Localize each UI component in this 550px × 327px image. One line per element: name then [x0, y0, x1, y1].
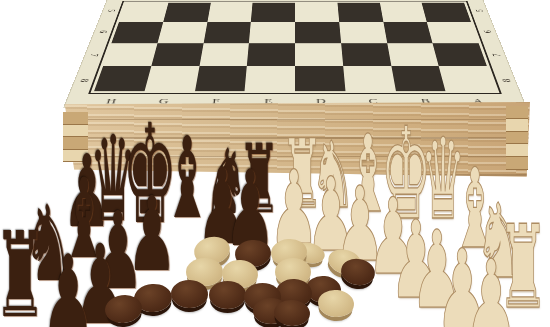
draughts-disc-dark	[170, 279, 208, 308]
board-square-e6	[249, 22, 295, 43]
board-square-a7	[433, 43, 487, 66]
board-square-f5	[207, 3, 253, 22]
board-square-a6	[427, 22, 479, 43]
board-square-g7	[151, 43, 203, 66]
chess-board: 5678 5678 HGFEDCBA	[63, 0, 527, 108]
board-square-a8	[439, 66, 496, 91]
rank-label-right-7: 7	[489, 54, 504, 57]
board-frame	[88, 1, 502, 94]
board-square-d8	[295, 66, 345, 91]
board-square-c8	[343, 66, 396, 91]
draughts-disc-dark	[209, 281, 246, 309]
board-square-h7	[103, 43, 157, 66]
board-square-h8	[94, 66, 151, 91]
board-square-b8	[391, 66, 446, 91]
board-square-b7	[387, 43, 439, 66]
rank-label-left-8: 8	[76, 79, 91, 82]
rank-label-right-8: 8	[499, 79, 514, 82]
board-square-f8	[195, 66, 248, 91]
board-square-h5	[119, 3, 168, 22]
rank-label-left-7: 7	[86, 54, 101, 57]
board-square-b5	[380, 3, 428, 22]
chess-piece-light-pawn: ♟	[463, 245, 518, 327]
board-square-g8	[144, 66, 199, 91]
rank-label-left-6: 6	[95, 31, 109, 34]
board-square-f7	[199, 43, 249, 66]
rank-label-right-5: 5	[473, 9, 486, 11]
board-square-c7	[341, 43, 391, 66]
board-square-d5	[295, 3, 339, 22]
board-square-c6	[339, 22, 387, 43]
board-square-g6	[157, 22, 207, 43]
board-square-c5	[337, 3, 383, 22]
box-finger-joints-right	[506, 106, 528, 170]
board-squares	[94, 3, 496, 92]
draughts-disc-light	[317, 288, 356, 319]
rank-label-right-6: 6	[481, 31, 495, 34]
chess-set-photo: 5678 5678 HGFEDCBA ♟♛♚♝♞♜♟♟♝♟♞♟♟♜♟♜♞♝♚♛♟…	[0, 0, 550, 327]
board-square-b6	[383, 22, 433, 43]
rank-label-left-5: 5	[104, 9, 117, 11]
board-square-d6	[295, 22, 341, 43]
board-square-e5	[251, 3, 295, 22]
board-square-f6	[203, 22, 251, 43]
board-square-d7	[295, 43, 343, 66]
chess-piece-dark-pawn: ♟	[40, 240, 95, 327]
board-square-e7	[247, 43, 295, 66]
board-square-e8	[245, 66, 295, 91]
board-square-a5	[422, 3, 471, 22]
board-square-h6	[111, 22, 163, 43]
board-square-g5	[163, 3, 211, 22]
